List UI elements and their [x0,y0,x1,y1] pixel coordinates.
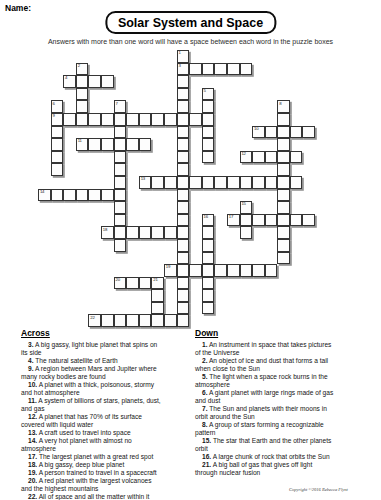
clue-number-22: 22 [90,316,94,321]
clue-number-15: 15 [241,202,245,207]
grid-cell-r18-c13[interactable] [202,277,215,290]
grid-cell-r12-c16[interactable]: 15 [240,201,253,214]
grid-cell-r11-c4[interactable] [88,189,101,202]
across-clue-13: 13. A craft used to travel into space [21,429,193,437]
grid-cell-r18-c6[interactable]: 20 [114,277,127,290]
clue-number-16: 16 [204,215,208,220]
grid-cell-r6-c21[interactable] [302,126,315,139]
grid-cell-r15-c13[interactable] [202,239,215,252]
grid-cell-r15-c6[interactable] [114,239,127,252]
grid-cell-r17-c14[interactable] [214,264,227,277]
grid-cell-r11-c2[interactable] [63,189,76,202]
grid-cell-r14-c13[interactable] [202,226,215,239]
grid-cell-r20-c11[interactable] [177,302,190,315]
grid-cell-r15-c11[interactable] [177,239,190,252]
grid-cell-r8-c1[interactable] [51,151,64,164]
grid-cell-r5-c9[interactable] [151,113,164,126]
across-clue-20: 20. A red planet with the largest volcan… [21,477,193,493]
grid-cell-r5-c8[interactable] [139,113,152,126]
clue-number-3: 3 [178,64,180,69]
grid-cell-r8-c11[interactable] [177,151,190,164]
grid-cell-r13-c21[interactable] [302,214,315,227]
grid-cell-r5-c4[interactable] [88,113,101,126]
grid-cell-r10-c6[interactable] [114,176,127,189]
grid-cell-r17-c18[interactable] [265,264,278,277]
grid-cell-r11-c19[interactable] [277,189,290,202]
across-clue-11: 11. A system of billions of stars, plane… [21,397,193,413]
grid-cell-r13-c6[interactable] [114,214,127,227]
grid-cell-r5-c6[interactable] [114,113,127,126]
clue-number-18: 18 [103,228,107,233]
grid-cell-r1-c15[interactable] [227,63,240,76]
grid-cell-r17-c13[interactable] [202,264,215,277]
grid-cell-r2-c2[interactable]: 4 [63,75,76,88]
grid-cell-r3-c11[interactable] [177,88,190,101]
grid-cell-r10-c12[interactable] [189,176,202,189]
grid-cell-r10-c9[interactable] [151,176,164,189]
grid-cell-r16-c19[interactable] [277,252,290,265]
grid-cell-r19-c11[interactable] [177,289,190,302]
grid-cell-r17-c15[interactable] [227,264,240,277]
grid-cell-r10-c19[interactable] [277,176,290,189]
grid-cell-r7-c3[interactable]: 11 [76,138,89,151]
grid-cell-r8-c17[interactable] [252,151,265,164]
grid-cell-r1-c12[interactable] [189,63,202,76]
clue-number-20: 20 [115,278,119,283]
grid-cell-r5-c1[interactable]: 9 [51,113,64,126]
grid-cell-r7-c8[interactable] [139,138,152,151]
clue-number-1: 1 [178,51,180,56]
grid-cell-r12-c19[interactable] [277,201,290,214]
grid-cell-r10-c8[interactable]: 13 [139,176,152,189]
grid-cell-r10-c10[interactable] [164,176,177,189]
grid-cell-r1-c16[interactable] [240,63,253,76]
down-clue-16: 16. A large chunk of rock that orbits th… [195,453,379,461]
grid-cell-r7-c19[interactable] [277,138,290,151]
grid-cell-r10-c20[interactable] [290,176,303,189]
grid-cell-r14-c8[interactable] [139,226,152,239]
grid-cell-r9-c6[interactable] [114,163,127,176]
grid-cell-r6-c1[interactable] [51,126,64,139]
clue-number-9: 9 [52,114,54,119]
grid-cell-r10-c15[interactable] [227,176,240,189]
down-clue-7: 7. The Sun and planets with their moons … [195,405,379,421]
clue-number-6: 6 [52,102,54,107]
grid-cell-r4-c6[interactable]: 7 [114,100,127,113]
down-clue-6: 6. A giant planet with large rings made … [195,389,379,405]
down-clue-1: 1. An instrument in space that takes pic… [195,341,379,357]
grid-cell-r6-c19[interactable] [277,126,290,139]
grid-cell-r10-c18[interactable] [265,176,278,189]
grid-cell-r4-c3[interactable] [76,100,89,113]
grid-cell-r15-c19[interactable] [277,239,290,252]
grid-cell-r18-c8[interactable] [139,277,152,290]
grid-cell-r1-c13[interactable] [202,63,215,76]
grid-cell-r10-c17[interactable] [252,176,265,189]
grid-cell-r17-c16[interactable] [240,264,253,277]
grid-cell-r7-c5[interactable] [101,138,114,151]
down-heading: Down [195,328,379,338]
grid-cell-r13-c18[interactable] [265,214,278,227]
across-clues-list: 3. A big gassy, light blue planet that s… [21,341,193,500]
grid-cell-r13-c19[interactable] [277,214,290,227]
grid-cell-r12-c11[interactable] [177,201,190,214]
grid-cell-r13-c11[interactable] [177,214,190,227]
grid-cell-r8-c13[interactable] [202,151,215,164]
across-clue-10: 10. A planet with a thick, poisonous, st… [21,381,193,397]
grid-cell-r14-c10[interactable] [164,226,177,239]
grid-cell-r5-c7[interactable] [126,113,139,126]
grid-cell-r7-c7[interactable] [126,138,139,151]
across-clue-18: 18. A big gassy, deep blue planet [21,461,193,469]
grid-cell-r6-c13[interactable] [202,126,215,139]
grid-cell-r14-c11[interactable] [177,226,190,239]
grid-cell-r9-c1[interactable] [51,163,64,176]
grid-cell-r13-c13[interactable]: 16 [202,214,215,227]
down-clue-5: 5. The light when a space rock burns in … [195,373,379,389]
subtitle: Answers with more than one word will hav… [0,38,381,45]
across-clue-19: 19. A person trained to travel in a spac… [21,469,193,477]
grid-cell-r7-c6[interactable] [114,138,127,151]
grid-cell-r19-c9[interactable] [151,289,164,302]
grid-cell-r4-c11[interactable] [177,100,190,113]
down-clue-8: 8. A group of stars forming a recognizab… [195,421,379,437]
grid-cell-r10-c14[interactable] [214,176,227,189]
grid-cell-r5-c12[interactable] [189,113,202,126]
grid-cell-r21-c6[interactable] [114,314,127,327]
grid-cell-r13-c16[interactable] [240,214,253,227]
grid-cell-r21-c11[interactable] [177,314,190,327]
across-clue-9: 9. A region between Mars and Jupiter whe… [21,365,193,381]
clue-number-5: 5 [204,89,206,94]
grid-cell-r9-c11[interactable] [177,163,190,176]
grid-cell-r10-c11[interactable] [177,176,190,189]
grid-cell-r5-c2[interactable] [63,113,76,126]
grid-cell-r11-c6[interactable] [114,189,127,202]
grid-cell-r10-c16[interactable] [240,176,253,189]
grid-cell-r18-c11[interactable] [177,277,190,290]
grid-cell-r9-c19[interactable] [277,163,290,176]
grid-cell-r12-c6[interactable] [114,201,127,214]
grid-cell-r14-c5[interactable]: 18 [101,226,114,239]
grid-cell-r2-c11[interactable] [177,75,190,88]
grid-cell-r7-c13[interactable] [202,138,215,151]
grid-cell-r0-c11[interactable]: 1 [177,50,190,63]
grid-cell-r11-c3[interactable] [76,189,89,202]
across-clue-14: 14. A very hot planet with almost no atm… [21,437,193,453]
clue-number-4: 4 [65,76,67,81]
clue-number-14: 14 [40,190,44,195]
across-clue-3: 3. A big gassy, light blue planet that s… [21,341,193,357]
grid-cell-r7-c4[interactable] [88,138,101,151]
grid-cell-r7-c1[interactable] [51,138,64,151]
across-heading: Across [21,328,193,338]
grid-cell-r13-c15[interactable]: 17 [227,214,240,227]
grid-cell-r17-c10[interactable]: 19 [164,264,177,277]
grid-cell-r5-c19[interactable] [277,113,290,126]
across-clue-4: 4. The natural satellite of Earth [21,357,193,365]
grid-cell-r21-c10[interactable] [164,314,177,327]
grid-cell-r8-c19[interactable] [277,151,290,164]
clue-number-17: 17 [229,215,233,220]
grid-cell-r8-c16[interactable]: 12 [240,151,253,164]
clue-number-12: 12 [241,152,245,157]
grid-cell-r14-c16[interactable] [240,226,253,239]
grid-cell-r16-c11[interactable] [177,252,190,265]
grid-cell-r17-c11[interactable] [177,264,190,277]
name-label: Name: [5,3,31,13]
down-clue-2: 2. An object of ice and dust that forms … [195,357,379,373]
grid-cell-r16-c13[interactable] [202,252,215,265]
grid-cell-r14-c6[interactable] [114,226,127,239]
grid-cell-r21-c8[interactable] [139,314,152,327]
grid-cell-r17-c17[interactable] [252,264,265,277]
across-clue-22: 22. All of space and all the matter with… [21,493,193,500]
clue-number-13: 13 [141,177,145,182]
grid-cell-r8-c20[interactable] [290,151,303,164]
grid-cell-r11-c0[interactable]: 14 [38,189,51,202]
grid-cell-r6-c11[interactable] [177,126,190,139]
grid-cell-r1-c14[interactable] [214,63,227,76]
page-title: Solar System and Space [118,16,263,30]
grid-cell-r18-c7[interactable] [126,277,139,290]
grid-cell-r6-c17[interactable]: 10 [252,126,265,139]
grid-cell-r5-c10[interactable] [164,113,177,126]
grid-cell-r1-c3[interactable]: 2 [76,63,89,76]
grid-cell-r6-c20[interactable] [290,126,303,139]
crossword-grid: 12345678910111213141516171819202122 [38,50,315,327]
grid-cell-r13-c17[interactable] [252,214,265,227]
grid-cell-r7-c11[interactable] [177,138,190,151]
clue-number-7: 7 [115,102,117,107]
grid-cell-r8-c6[interactable] [114,151,127,164]
clue-number-10: 10 [254,127,258,132]
down-clues-section: Down 1. An instrument in space that take… [195,328,379,477]
grid-cell-r2-c4[interactable] [88,75,101,88]
grid-cell-r14-c9[interactable] [151,226,164,239]
grid-cell-r21-c9[interactable] [151,314,164,327]
down-clue-21: 21. A big ball of gas that gives off lig… [195,461,379,477]
grid-cell-r3-c13[interactable]: 5 [202,88,215,101]
grid-cell-r4-c1[interactable]: 6 [51,100,64,113]
grid-cell-r8-c18[interactable] [265,151,278,164]
grid-cell-r6-c18[interactable] [265,126,278,139]
grid-cell-r4-c19[interactable]: 8 [277,100,290,113]
clue-number-21: 21 [153,278,157,283]
grid-cell-r2-c5[interactable] [101,75,114,88]
grid-cell-r5-c13[interactable] [202,113,215,126]
copyright-text: Copyright ©2016 Rebecca Flynt [289,487,379,492]
down-clue-15: 15. The star that Earth and the other pl… [195,437,379,453]
clue-number-11: 11 [78,139,82,144]
grid-cell-r13-c20[interactable] [290,214,303,227]
title-box: Solar System and Space [105,11,276,34]
down-clues-list: 1. An instrument in space that takes pic… [195,341,379,477]
grid-cell-r21-c7[interactable] [126,314,139,327]
grid-cell-r5-c5[interactable] [101,113,114,126]
clue-number-19: 19 [166,265,170,270]
grid-cell-r5-c3[interactable] [76,113,89,126]
grid-cell-r20-c9[interactable] [151,302,164,315]
grid-cell-r20-c13[interactable] [202,302,215,315]
grid-cell-r17-c12[interactable] [189,264,202,277]
grid-cell-r11-c11[interactable] [177,189,190,202]
grid-cell-r5-c11[interactable] [177,113,190,126]
grid-cell-r19-c13[interactable] [202,289,215,302]
grid-cell-r10-c13[interactable] [202,176,215,189]
grid-cell-r11-c1[interactable] [51,189,64,202]
clue-number-2: 2 [78,64,80,69]
across-clue-17: 17. The largest planet with a great red … [21,453,193,461]
grid-cell-r1-c11[interactable]: 3 [177,63,190,76]
grid-cell-r14-c7[interactable] [126,226,139,239]
grid-cell-r3-c3[interactable] [76,88,89,101]
across-clue-12: 12. A planet that has 70% of its surface… [21,413,193,429]
grid-cell-r2-c3[interactable] [76,75,89,88]
grid-cell-r21-c4[interactable]: 22 [88,314,101,327]
grid-cell-r6-c6[interactable] [114,126,127,139]
across-clues-section: Across 3. A big gassy, light blue planet… [21,328,193,500]
grid-cell-r4-c13[interactable] [202,100,215,113]
clue-number-8: 8 [279,102,281,107]
grid-cell-r11-c5[interactable] [101,189,114,202]
grid-cell-r18-c9[interactable]: 21 [151,277,164,290]
grid-cell-r14-c19[interactable] [277,226,290,239]
grid-cell-r21-c5[interactable] [101,314,114,327]
